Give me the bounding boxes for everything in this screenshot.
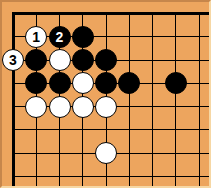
- intersection: [94, 141, 117, 164]
- intersection: [48, 48, 71, 71]
- intersection: [71, 48, 94, 71]
- stone-move-number: 1: [32, 30, 40, 44]
- white-stone: [72, 72, 94, 94]
- intersection: [118, 72, 141, 95]
- black-stone: 2: [49, 26, 71, 48]
- intersection: [94, 48, 117, 71]
- black-stone: [95, 49, 117, 71]
- black-stone: [118, 72, 140, 94]
- white-stone: [72, 96, 94, 118]
- black-stone: [95, 72, 117, 94]
- stone-move-number: 2: [56, 30, 64, 44]
- white-stone: [95, 142, 117, 164]
- go-board: 123: [0, 0, 211, 188]
- intersection: 2: [48, 25, 71, 48]
- black-stone: [72, 49, 94, 71]
- black-stone: [165, 72, 187, 94]
- intersection: [71, 25, 94, 48]
- black-stone: [25, 49, 47, 71]
- intersection: [164, 72, 187, 95]
- intersection: [94, 72, 117, 95]
- white-stone: [25, 96, 47, 118]
- white-stone: 3: [2, 49, 24, 71]
- intersection: [71, 72, 94, 95]
- black-stone: [72, 26, 94, 48]
- intersection: [48, 95, 71, 118]
- intersection: [48, 72, 71, 95]
- intersection: 3: [1, 48, 24, 71]
- black-stone: [49, 72, 71, 94]
- white-stone: [95, 96, 117, 118]
- intersection: [25, 95, 48, 118]
- white-stone: [49, 49, 71, 71]
- black-stone: [25, 72, 47, 94]
- intersection: [25, 72, 48, 95]
- stones-layer: 123: [1, 2, 210, 188]
- intersection: [71, 95, 94, 118]
- white-stone: [49, 96, 71, 118]
- white-stone: 1: [25, 26, 47, 48]
- intersection: [25, 48, 48, 71]
- stone-move-number: 3: [9, 53, 17, 67]
- intersection: 1: [25, 25, 48, 48]
- intersection: [94, 95, 117, 118]
